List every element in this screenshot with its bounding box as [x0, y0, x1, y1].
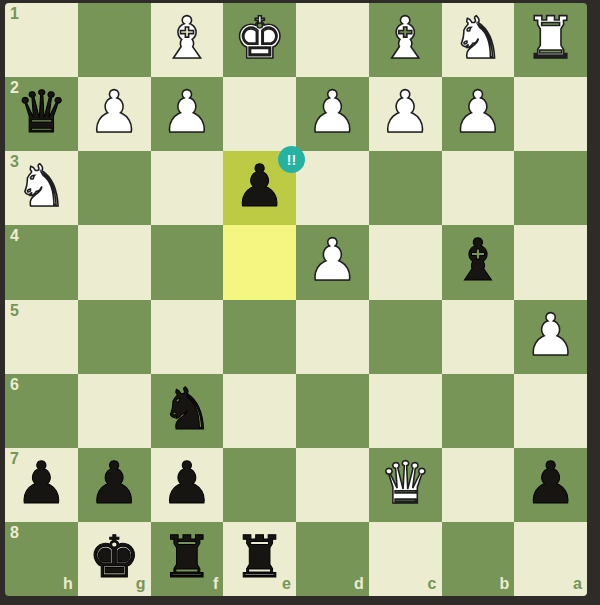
square-c8[interactable]: c — [369, 522, 442, 596]
piece-white-knight[interactable]: ♞ — [15, 157, 67, 215]
square-g7[interactable]: ♟ — [78, 448, 151, 522]
piece-black-knight[interactable]: ♞ — [161, 380, 213, 438]
square-d6[interactable] — [296, 374, 369, 448]
square-f7[interactable]: ♟ — [151, 448, 224, 522]
square-f5[interactable] — [151, 300, 224, 374]
square-d8[interactable]: d — [296, 522, 369, 596]
square-c4[interactable] — [369, 225, 442, 299]
square-g8[interactable]: g♚ — [78, 522, 151, 596]
rank-label-8: 8 — [10, 525, 19, 541]
square-a1[interactable]: ♜ — [514, 3, 587, 77]
square-e8[interactable]: e♜ — [223, 522, 296, 596]
piece-white-bishop[interactable]: ♝ — [379, 9, 431, 67]
square-g5[interactable] — [78, 300, 151, 374]
square-e1[interactable]: ♚ — [223, 3, 296, 77]
piece-white-pawn[interactable]: ♟ — [161, 83, 213, 141]
piece-black-queen[interactable]: ♛ — [15, 83, 67, 141]
square-g1[interactable] — [78, 3, 151, 77]
square-b2[interactable]: ♟ — [442, 77, 515, 151]
square-h4[interactable]: 4 — [5, 225, 78, 299]
square-h2[interactable]: 2♛ — [5, 77, 78, 151]
square-f1[interactable]: ♝ — [151, 3, 224, 77]
square-c3[interactable] — [369, 151, 442, 225]
square-a3[interactable] — [514, 151, 587, 225]
square-c7[interactable]: ♛ — [369, 448, 442, 522]
piece-white-queen[interactable]: ♛ — [379, 454, 431, 512]
square-e6[interactable] — [223, 374, 296, 448]
piece-white-knight[interactable]: ♞ — [452, 9, 504, 67]
square-b7[interactable] — [442, 448, 515, 522]
file-label-h: h — [63, 576, 73, 592]
rank-label-1: 1 — [10, 6, 19, 22]
piece-white-pawn[interactable]: ♟ — [452, 83, 504, 141]
brilliant-move-badge: !! — [278, 146, 305, 173]
square-e7[interactable] — [223, 448, 296, 522]
square-h1[interactable]: 1 — [5, 3, 78, 77]
piece-white-pawn[interactable]: ♟ — [306, 231, 358, 289]
file-label-f: f — [213, 576, 218, 592]
rank-label-4: 4 — [10, 228, 19, 244]
square-g3[interactable] — [78, 151, 151, 225]
square-f3[interactable] — [151, 151, 224, 225]
square-h8[interactable]: 8h — [5, 522, 78, 596]
square-a7[interactable]: ♟ — [514, 448, 587, 522]
piece-black-rook[interactable]: ♜ — [161, 528, 213, 586]
square-h5[interactable]: 5 — [5, 300, 78, 374]
square-f8[interactable]: f♜ — [151, 522, 224, 596]
square-g6[interactable] — [78, 374, 151, 448]
square-g4[interactable] — [78, 225, 151, 299]
piece-white-pawn[interactable]: ♟ — [525, 306, 577, 364]
square-f6[interactable]: ♞ — [151, 374, 224, 448]
square-h3[interactable]: 3♞ — [5, 151, 78, 225]
piece-white-rook[interactable]: ♜ — [525, 9, 577, 67]
brilliant-move-badge-text: !! — [287, 152, 296, 166]
file-label-b: b — [499, 576, 509, 592]
piece-white-pawn[interactable]: ♟ — [379, 83, 431, 141]
square-d1[interactable] — [296, 3, 369, 77]
square-b6[interactable] — [442, 374, 515, 448]
square-a2[interactable] — [514, 77, 587, 151]
piece-black-king[interactable]: ♚ — [88, 528, 140, 586]
piece-black-pawn[interactable]: ♟ — [15, 454, 67, 512]
square-b5[interactable] — [442, 300, 515, 374]
piece-black-pawn[interactable]: ♟ — [88, 454, 140, 512]
piece-black-pawn[interactable]: ♟ — [525, 454, 577, 512]
rank-label-6: 6 — [10, 377, 19, 393]
square-c2[interactable]: ♟ — [369, 77, 442, 151]
piece-white-bishop[interactable]: ♝ — [161, 9, 213, 67]
square-d2[interactable]: ♟ — [296, 77, 369, 151]
square-a6[interactable] — [514, 374, 587, 448]
piece-black-bishop[interactable]: ♝ — [452, 231, 504, 289]
square-e2[interactable] — [223, 77, 296, 151]
piece-white-pawn[interactable]: ♟ — [88, 83, 140, 141]
file-label-a: a — [573, 576, 582, 592]
square-d5[interactable] — [296, 300, 369, 374]
square-d7[interactable] — [296, 448, 369, 522]
square-a8[interactable]: a — [514, 522, 587, 596]
piece-white-king[interactable]: ♚ — [234, 9, 286, 67]
square-h7[interactable]: 7♟ — [5, 448, 78, 522]
square-d4[interactable]: ♟ — [296, 225, 369, 299]
square-d3[interactable] — [296, 151, 369, 225]
piece-black-rook[interactable]: ♜ — [234, 528, 286, 586]
piece-white-pawn[interactable]: ♟ — [306, 83, 358, 141]
square-e5[interactable] — [223, 300, 296, 374]
square-f2[interactable]: ♟ — [151, 77, 224, 151]
piece-black-pawn[interactable]: ♟ — [234, 157, 286, 215]
square-c1[interactable]: ♝ — [369, 3, 442, 77]
square-e4[interactable] — [223, 225, 296, 299]
app-background: !! 1♝♚♝♞♜2♛♟♟♟♟♟3♞♟4♟♝5♟6♞7♟♟♟♛♟8hg♚f♜e♜… — [0, 0, 600, 605]
square-c5[interactable] — [369, 300, 442, 374]
piece-black-pawn[interactable]: ♟ — [161, 454, 213, 512]
rank-label-5: 5 — [10, 303, 19, 319]
file-label-d: d — [354, 576, 364, 592]
square-b1[interactable]: ♞ — [442, 3, 515, 77]
square-b8[interactable]: b — [442, 522, 515, 596]
square-b3[interactable] — [442, 151, 515, 225]
square-b4[interactable]: ♝ — [442, 225, 515, 299]
square-g2[interactable]: ♟ — [78, 77, 151, 151]
square-a5[interactable]: ♟ — [514, 300, 587, 374]
square-h6[interactable]: 6 — [5, 374, 78, 448]
chess-board: !! 1♝♚♝♞♜2♛♟♟♟♟♟3♞♟4♟♝5♟6♞7♟♟♟♛♟8hg♚f♜e♜… — [5, 3, 587, 596]
square-a4[interactable] — [514, 225, 587, 299]
square-f4[interactable] — [151, 225, 224, 299]
file-label-c: c — [428, 576, 437, 592]
square-c6[interactable] — [369, 374, 442, 448]
